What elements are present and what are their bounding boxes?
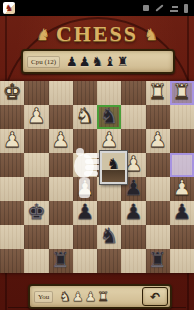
chess-board: ♚♜♜♟♞♞♟♟♟♟♟♟♟♟♚♟♟♟♞♜♜ bbox=[0, 81, 194, 273]
square-a6[interactable]: ♟ bbox=[170, 201, 194, 225]
square-f2[interactable] bbox=[49, 105, 73, 129]
you-captured-pieces: ♞♟♟♜ bbox=[59, 288, 109, 305]
square-e1[interactable] bbox=[73, 81, 97, 105]
square-a2[interactable] bbox=[170, 105, 194, 129]
square-a4[interactable] bbox=[170, 153, 194, 177]
captured-piece: ♟ bbox=[66, 53, 78, 70]
battery-icon bbox=[184, 4, 188, 13]
square-e5[interactable]: ♟ bbox=[73, 177, 97, 201]
piece-white-pawn: ♟ bbox=[73, 176, 97, 200]
piece-white-pawn: ♟ bbox=[24, 104, 48, 128]
square-d3[interactable]: ♟ bbox=[97, 129, 121, 153]
piece-white-pawn: ♟ bbox=[170, 176, 194, 200]
piece-white-rook: ♜ bbox=[146, 80, 170, 104]
square-h2[interactable] bbox=[0, 105, 24, 129]
square-e8[interactable] bbox=[73, 249, 97, 273]
undo-icon: ↶ bbox=[150, 290, 160, 304]
captured-piece: ♟ bbox=[79, 53, 91, 70]
piece-black-pawn: ♟ bbox=[170, 200, 194, 224]
square-a5[interactable]: ♟ bbox=[170, 177, 194, 201]
piece-black-rook: ♜ bbox=[146, 248, 170, 272]
square-c6[interactable]: ♟ bbox=[121, 201, 145, 225]
piece-white-pawn: ♟ bbox=[49, 128, 73, 152]
square-b3[interactable]: ♟ bbox=[146, 129, 170, 153]
square-b5[interactable] bbox=[146, 177, 170, 201]
square-f7[interactable] bbox=[49, 225, 73, 249]
square-e6[interactable]: ♟ bbox=[73, 201, 97, 225]
square-b7[interactable] bbox=[146, 225, 170, 249]
status-bar: ♞ bbox=[0, 0, 194, 16]
captured-piece: ♟ bbox=[85, 288, 97, 305]
square-c2[interactable] bbox=[121, 105, 145, 129]
square-a8[interactable] bbox=[170, 249, 194, 273]
vibrate-icon bbox=[155, 4, 163, 11]
piece-black-knight: ♞ bbox=[97, 104, 121, 128]
app-screen: ♞ ♞ CHESS ♞ Cpu (12) ♟♟♞♝♜ ♚♜♜♟♞♞♟♟♟♟♟♟♟… bbox=[0, 0, 194, 310]
square-c3[interactable] bbox=[121, 129, 145, 153]
captured-piece: ♜ bbox=[97, 288, 109, 305]
square-b6[interactable] bbox=[146, 201, 170, 225]
piece-white-pawn: ♟ bbox=[146, 128, 170, 152]
square-h8[interactable] bbox=[0, 249, 24, 273]
square-g8[interactable] bbox=[24, 249, 48, 273]
piece-black-king: ♚ bbox=[24, 200, 48, 224]
cpu-label: Cpu (12) bbox=[27, 56, 60, 68]
square-f1[interactable] bbox=[49, 81, 73, 105]
square-c1[interactable] bbox=[121, 81, 145, 105]
square-g5[interactable] bbox=[24, 177, 48, 201]
piece-black-pawn: ♟ bbox=[73, 200, 97, 224]
square-a1[interactable]: ♜ bbox=[170, 81, 194, 105]
square-a3[interactable] bbox=[170, 129, 194, 153]
title-row: ♞ CHESS ♞ bbox=[0, 20, 194, 48]
square-b2[interactable] bbox=[146, 105, 170, 129]
square-e7[interactable] bbox=[73, 225, 97, 249]
cpu-captured-pieces: ♟♟♞♝♜ bbox=[66, 53, 128, 70]
you-label: You bbox=[34, 291, 53, 303]
piece-black-pawn: ♟ bbox=[121, 200, 145, 224]
square-h4[interactable] bbox=[0, 153, 24, 177]
undo-button[interactable]: ↶ bbox=[142, 287, 168, 306]
square-d2[interactable]: ♞ bbox=[97, 105, 121, 129]
square-d6[interactable] bbox=[97, 201, 121, 225]
square-e3[interactable] bbox=[73, 129, 97, 153]
square-d1[interactable] bbox=[97, 81, 121, 105]
piece-white-pawn: ♟ bbox=[0, 128, 24, 152]
thinking-frame: ♞ bbox=[100, 151, 127, 184]
square-g3[interactable] bbox=[24, 129, 48, 153]
piece-black-knight: ♞ bbox=[97, 224, 121, 248]
piece-white-king: ♚ bbox=[0, 80, 24, 104]
mute-icon bbox=[143, 5, 149, 11]
signal-icon bbox=[170, 4, 178, 12]
square-h6[interactable] bbox=[0, 201, 24, 225]
captured-piece: ♞ bbox=[91, 53, 103, 70]
square-b8[interactable]: ♜ bbox=[146, 249, 170, 273]
you-captured-tray: You ♞♟♟♜ ↶ bbox=[28, 284, 172, 309]
cpu-captured-tray: Cpu (12) ♟♟♞♝♜ bbox=[21, 49, 175, 74]
square-f8[interactable]: ♜ bbox=[49, 249, 73, 273]
thinking-frame-piece-icon: ♞ bbox=[107, 153, 120, 175]
square-a7[interactable] bbox=[170, 225, 194, 249]
piece-white-pawn: ♟ bbox=[97, 128, 121, 152]
square-g4[interactable] bbox=[24, 153, 48, 177]
captured-piece: ♞ bbox=[59, 288, 71, 305]
square-b1[interactable]: ♜ bbox=[146, 81, 170, 105]
piece-white-knight: ♞ bbox=[73, 104, 97, 128]
left-knight-icon: ♞ bbox=[36, 25, 50, 44]
captured-piece: ♜ bbox=[117, 53, 129, 70]
square-g7[interactable] bbox=[24, 225, 48, 249]
square-e4[interactable] bbox=[73, 153, 97, 177]
square-d7[interactable]: ♞ bbox=[97, 225, 121, 249]
square-h7[interactable] bbox=[0, 225, 24, 249]
square-f6[interactable] bbox=[49, 201, 73, 225]
square-g6[interactable]: ♚ bbox=[24, 201, 48, 225]
square-b4[interactable] bbox=[146, 153, 170, 177]
square-d8[interactable] bbox=[97, 249, 121, 273]
square-h5[interactable] bbox=[0, 177, 24, 201]
square-f5[interactable] bbox=[49, 177, 73, 201]
chess-app-icon: ♞ bbox=[3, 2, 15, 14]
square-c8[interactable] bbox=[121, 249, 145, 273]
square-f4[interactable] bbox=[49, 153, 73, 177]
page-title: CHESS bbox=[56, 21, 138, 47]
square-g1[interactable] bbox=[24, 81, 48, 105]
square-h1[interactable]: ♚ bbox=[0, 81, 24, 105]
captured-piece: ♟ bbox=[72, 288, 84, 305]
square-c7[interactable] bbox=[121, 225, 145, 249]
square-e2[interactable]: ♞ bbox=[73, 105, 97, 129]
square-f3[interactable]: ♟ bbox=[49, 129, 73, 153]
square-h3[interactable]: ♟ bbox=[0, 129, 24, 153]
piece-white-rook: ♜ bbox=[170, 80, 194, 104]
right-knight-icon: ♞ bbox=[144, 25, 158, 44]
square-g2[interactable]: ♟ bbox=[24, 105, 48, 129]
captured-piece: ♝ bbox=[104, 53, 116, 70]
piece-black-rook: ♜ bbox=[49, 248, 73, 272]
